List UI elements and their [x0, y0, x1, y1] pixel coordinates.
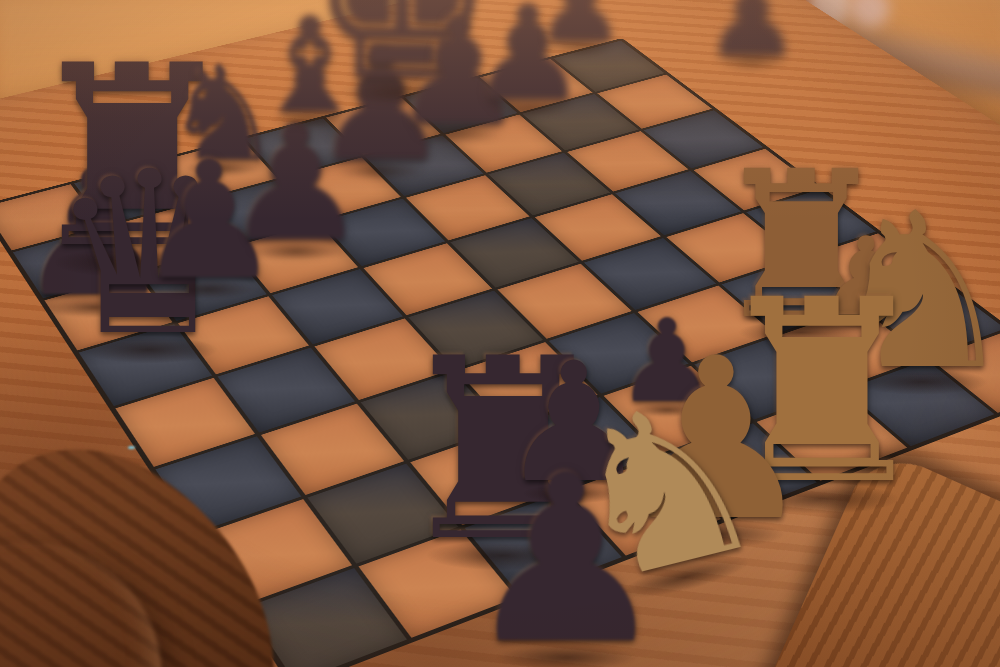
chess-photo-scene: ♟♜♛♞♟♟♝♟♚♟♟♟♟♜♟♟♟♜♟♞♜♟♞	[0, 0, 1000, 667]
piece-black-pawn-f7[interactable]: ♟	[535, 0, 625, 57]
piece-black-pawn-g7[interactable]: ♟	[704, 0, 799, 72]
paint-fleck	[128, 446, 135, 449]
